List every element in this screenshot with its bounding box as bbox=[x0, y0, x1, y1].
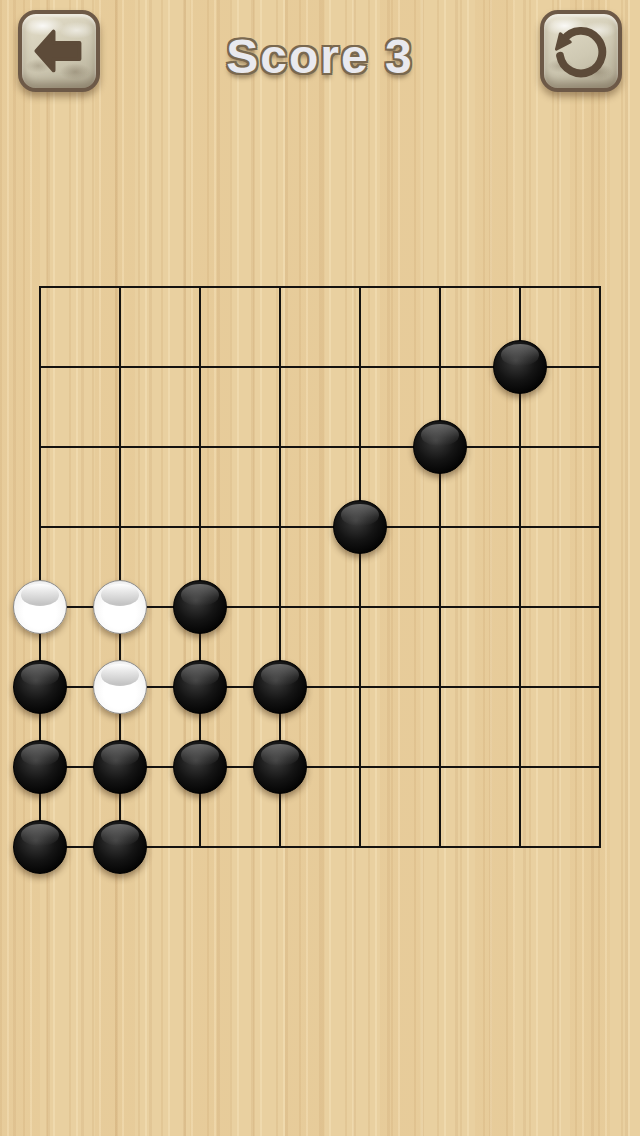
black-stone[interactable] bbox=[253, 740, 307, 794]
stone-sheen bbox=[101, 584, 139, 606]
circular-arrow-icon bbox=[553, 23, 609, 79]
stone-sheen bbox=[181, 744, 219, 766]
back-button[interactable] bbox=[18, 10, 100, 92]
black-stone[interactable] bbox=[413, 420, 467, 474]
stone-sheen bbox=[21, 824, 59, 846]
black-stone[interactable] bbox=[173, 740, 227, 794]
stone-sheen bbox=[21, 584, 59, 606]
left-arrow-icon bbox=[32, 24, 86, 78]
stone-sheen bbox=[341, 504, 379, 526]
black-stone[interactable] bbox=[173, 580, 227, 634]
black-stone[interactable] bbox=[93, 740, 147, 794]
stone-sheen bbox=[501, 344, 539, 366]
white-stone[interactable] bbox=[93, 660, 147, 714]
white-stone[interactable] bbox=[93, 580, 147, 634]
black-stone[interactable] bbox=[13, 820, 67, 874]
restart-button[interactable] bbox=[540, 10, 622, 92]
black-stone[interactable] bbox=[333, 500, 387, 554]
black-stone[interactable] bbox=[493, 340, 547, 394]
black-stone[interactable] bbox=[253, 660, 307, 714]
stone-sheen bbox=[181, 584, 219, 606]
black-stone[interactable] bbox=[13, 660, 67, 714]
game-screen: Score 3 bbox=[0, 0, 640, 1136]
board[interactable] bbox=[0, 0, 640, 1136]
stone-sheen bbox=[21, 664, 59, 686]
grid-line-horizontal bbox=[39, 446, 601, 448]
stone-sheen bbox=[101, 664, 139, 686]
black-stone[interactable] bbox=[13, 740, 67, 794]
grid-line-vertical bbox=[439, 286, 441, 848]
black-stone[interactable] bbox=[173, 660, 227, 714]
black-stone[interactable] bbox=[93, 820, 147, 874]
stone-sheen bbox=[101, 744, 139, 766]
stone-sheen bbox=[261, 744, 299, 766]
grid-line-horizontal bbox=[39, 526, 601, 528]
white-stone[interactable] bbox=[13, 580, 67, 634]
grid-line-vertical bbox=[599, 286, 601, 848]
stone-sheen bbox=[21, 744, 59, 766]
grid-line-vertical bbox=[359, 286, 361, 848]
stone-sheen bbox=[421, 424, 459, 446]
grid-line-horizontal bbox=[39, 286, 601, 288]
stone-sheen bbox=[101, 824, 139, 846]
stone-sheen bbox=[261, 664, 299, 686]
stone-sheen bbox=[181, 664, 219, 686]
